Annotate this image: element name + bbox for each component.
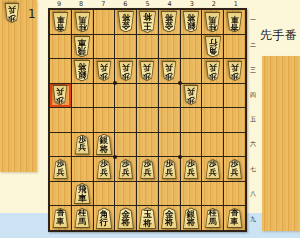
gote-piece-歩兵[interactable]: 歩兵	[227, 61, 243, 81]
gote-piece-香車[interactable]: 香車	[52, 12, 69, 33]
square-88[interactable]: 飛車	[72, 182, 93, 206]
sente-komadai	[262, 56, 300, 231]
gote-piece-歩兵[interactable]: 歩兵	[4, 3, 20, 23]
file-label: 1	[225, 0, 247, 8]
sente-piece-玉将[interactable]: 玉将	[138, 207, 157, 229]
square-68[interactable]	[115, 182, 136, 206]
square-82[interactable]: 飛車	[72, 35, 93, 59]
square-33[interactable]	[181, 59, 202, 83]
square-16[interactable]	[224, 133, 245, 157]
rank-label: 二	[248, 33, 258, 58]
square-11[interactable]: 香車	[224, 10, 245, 34]
square-52[interactable]	[137, 35, 158, 59]
square-95[interactable]	[50, 108, 71, 132]
piece-kanji: 将	[187, 13, 196, 22]
square-37[interactable]: 歩兵	[181, 157, 202, 181]
square-24[interactable]	[202, 84, 223, 108]
square-41[interactable]: 金将	[159, 10, 180, 34]
piece-kanji: 兵	[231, 169, 239, 178]
piece-kanji: 将	[121, 218, 130, 227]
rank-label: 七	[248, 157, 258, 182]
gote-komadai: 歩兵 1	[0, 0, 37, 172]
gote-piece-金将[interactable]: 金将	[160, 11, 178, 33]
square-75[interactable]	[94, 108, 115, 132]
piece-kanji: 兵	[209, 63, 217, 72]
square-48[interactable]	[159, 182, 180, 206]
piece-kanji: 兵	[187, 169, 195, 178]
square-54[interactable]	[137, 84, 158, 108]
piece-kanji: 兵	[100, 169, 108, 178]
gote-piece-金将[interactable]: 金将	[117, 11, 135, 33]
piece-kanji: 兵	[209, 169, 217, 178]
square-74[interactable]	[94, 84, 115, 108]
file-labels: 987654321	[48, 0, 247, 8]
piece-kanji: 行	[100, 218, 109, 227]
gote-hand-piece-slot[interactable]: 歩兵	[4, 3, 24, 27]
square-66[interactable]	[115, 133, 136, 157]
sente-piece-桂馬[interactable]: 桂馬	[204, 208, 221, 229]
piece-kanji: 兵	[56, 87, 64, 96]
sente-piece-金将[interactable]: 金将	[117, 207, 135, 229]
square-65[interactable]	[115, 108, 136, 132]
square-81[interactable]: 桂馬	[72, 10, 93, 34]
sente-piece-角行[interactable]: 角行	[95, 207, 113, 229]
sente-piece-金将[interactable]: 金将	[160, 207, 178, 229]
gote-piece-角行[interactable]: 角行	[204, 36, 222, 58]
sente-piece-歩兵[interactable]: 歩兵	[205, 159, 221, 179]
file-label: 9	[48, 0, 70, 8]
piece-kanji: 兵	[143, 169, 151, 178]
sente-piece-香車[interactable]: 香車	[226, 208, 243, 229]
board-grid: 香車桂馬金将王将金将銀将桂馬香車飛車角行銀将歩兵歩兵歩兵歩兵歩兵歩兵歩兵歩兵歩兵…	[48, 8, 247, 232]
piece-kanji: 金	[121, 22, 130, 31]
sente-piece-歩兵[interactable]: 歩兵	[161, 159, 177, 179]
square-84[interactable]	[72, 84, 93, 108]
gote-hand-count: 1	[28, 7, 36, 21]
square-46[interactable]	[159, 133, 180, 157]
piece-kanji: 兵	[231, 63, 239, 72]
square-21[interactable]: 桂馬	[202, 10, 223, 34]
square-86[interactable]: 歩兵	[72, 133, 93, 157]
piece-kanji: 兵	[122, 63, 130, 72]
gote-piece-歩兵[interactable]: 歩兵	[183, 85, 199, 105]
star-point	[113, 155, 117, 159]
rank-label: 九	[248, 207, 258, 232]
rank-label: 三	[248, 58, 258, 83]
square-61[interactable]: 金将	[115, 10, 136, 34]
square-15[interactable]	[224, 108, 245, 132]
square-31[interactable]: 銀将	[181, 10, 202, 34]
piece-kanji: 将	[165, 218, 174, 227]
square-73[interactable]: 歩兵	[94, 59, 115, 83]
square-71[interactable]	[94, 10, 115, 34]
square-17[interactable]: 歩兵	[224, 157, 245, 181]
piece-kanji: 将	[165, 13, 174, 22]
square-92[interactable]	[50, 35, 71, 59]
square-26[interactable]	[202, 133, 223, 157]
piece-kanji: 車	[231, 14, 239, 23]
piece-kanji: 車	[56, 218, 64, 227]
square-78[interactable]	[94, 182, 115, 206]
piece-kanji: 車	[231, 218, 239, 227]
sente-piece-歩兵[interactable]: 歩兵	[139, 159, 155, 179]
square-49[interactable]: 金将	[159, 206, 180, 230]
square-53[interactable]: 歩兵	[137, 59, 158, 83]
piece-kanji: 車	[78, 194, 87, 203]
square-77[interactable]: 歩兵	[94, 157, 115, 181]
square-38[interactable]	[181, 182, 202, 206]
square-94[interactable]: 歩兵	[50, 84, 71, 108]
piece-kanji: 将	[121, 13, 130, 22]
piece-kanji: 兵	[165, 169, 173, 178]
sente-piece-歩兵[interactable]: 歩兵	[96, 159, 112, 179]
piece-kanji: 車	[78, 38, 87, 47]
square-62[interactable]	[115, 35, 136, 59]
piece-kanji: 馬	[209, 14, 217, 23]
gote-piece-桂馬[interactable]: 桂馬	[74, 12, 91, 33]
piece-kanji: 金	[165, 22, 174, 31]
sente-piece-歩兵[interactable]: 歩兵	[74, 135, 90, 155]
piece-kanji: 兵	[165, 63, 173, 72]
square-39[interactable]: 銀将	[181, 206, 202, 230]
square-25[interactable]	[202, 108, 223, 132]
square-18[interactable]	[224, 182, 245, 206]
sente-piece-歩兵[interactable]: 歩兵	[227, 159, 243, 179]
square-56[interactable]	[137, 133, 158, 157]
piece-kanji: 将	[187, 218, 196, 227]
square-57[interactable]: 歩兵	[137, 157, 158, 181]
piece-kanji: 車	[56, 14, 64, 23]
piece-kanji: 兵	[100, 63, 108, 72]
piece-kanji: 兵	[8, 5, 16, 14]
sente-piece-飛車[interactable]: 飛車	[73, 183, 91, 205]
square-67[interactable]: 歩兵	[115, 157, 136, 181]
piece-kanji: 兵	[187, 87, 195, 96]
piece-kanji: 馬	[209, 218, 217, 227]
square-58[interactable]	[137, 182, 158, 206]
square-36[interactable]	[181, 133, 202, 157]
gote-piece-歩兵[interactable]: 歩兵	[96, 61, 112, 81]
square-64[interactable]	[115, 84, 136, 108]
file-label: 4	[159, 0, 181, 8]
piece-kanji: 王	[143, 21, 152, 30]
sente-piece-香車[interactable]: 香車	[52, 208, 69, 229]
gote-piece-銀将[interactable]: 銀将	[73, 60, 91, 82]
piece-kanji: 馬	[78, 218, 86, 227]
square-76[interactable]: 銀将	[94, 133, 115, 157]
piece-kanji: 兵	[122, 169, 130, 178]
gote-piece-歩兵[interactable]: 歩兵	[161, 61, 177, 81]
square-51[interactable]: 王将	[137, 10, 158, 34]
square-55[interactable]	[137, 108, 158, 132]
piece-kanji: 将	[143, 13, 152, 22]
square-32[interactable]	[181, 35, 202, 59]
sente-piece-桂馬[interactable]: 桂馬	[74, 208, 91, 229]
sente-piece-歩兵[interactable]: 歩兵	[118, 159, 134, 179]
square-98[interactable]	[50, 182, 71, 206]
rank-labels: 一二三四五六七八九	[248, 8, 258, 232]
square-22[interactable]: 角行	[202, 35, 223, 59]
square-23[interactable]: 歩兵	[202, 59, 223, 83]
piece-kanji: 馬	[78, 14, 86, 23]
file-label: 3	[181, 0, 203, 8]
piece-kanji: 行	[209, 38, 218, 47]
gote-piece-歩兵[interactable]: 歩兵	[52, 85, 68, 105]
sente-piece-銀将[interactable]: 銀将	[182, 207, 200, 229]
sente-piece-歩兵[interactable]: 歩兵	[183, 159, 199, 179]
square-43[interactable]: 歩兵	[159, 59, 180, 83]
square-13[interactable]: 歩兵	[224, 59, 245, 83]
square-59[interactable]: 玉将	[137, 206, 158, 230]
rank-label: 一	[248, 8, 258, 33]
square-19[interactable]: 香車	[224, 206, 245, 230]
square-96[interactable]	[50, 133, 71, 157]
sente-piece-銀将[interactable]: 銀将	[95, 134, 113, 156]
file-label: 6	[114, 0, 136, 8]
piece-kanji: 兵	[143, 63, 151, 72]
file-label: 8	[70, 0, 92, 8]
square-45[interactable]	[159, 108, 180, 132]
file-label: 2	[203, 0, 225, 8]
gote-piece-王将[interactable]: 王将	[138, 11, 157, 33]
square-29[interactable]: 桂馬	[202, 206, 223, 230]
square-91[interactable]: 香車	[50, 10, 71, 34]
square-28[interactable]	[202, 182, 223, 206]
square-85[interactable]	[72, 108, 93, 132]
square-27[interactable]: 歩兵	[202, 157, 223, 181]
square-99[interactable]: 香車	[50, 206, 71, 230]
piece-kanji: 兵	[56, 169, 64, 178]
square-47[interactable]: 歩兵	[159, 157, 180, 181]
gote-piece-歩兵[interactable]: 歩兵	[205, 61, 221, 81]
square-44[interactable]	[159, 84, 180, 108]
star-point	[178, 155, 182, 159]
square-72[interactable]	[94, 35, 115, 59]
square-97[interactable]: 歩兵	[50, 157, 71, 181]
square-63[interactable]: 歩兵	[115, 59, 136, 83]
file-label: 5	[136, 0, 158, 8]
piece-kanji: 将	[78, 62, 87, 71]
piece-kanji: 兵	[78, 144, 86, 153]
gote-piece-桂馬[interactable]: 桂馬	[204, 12, 221, 33]
sente-piece-歩兵[interactable]: 歩兵	[52, 159, 68, 179]
square-12[interactable]	[224, 35, 245, 59]
square-69[interactable]: 金将	[115, 206, 136, 230]
turn-indicator: 先手番	[260, 27, 298, 44]
gote-piece-銀将[interactable]: 銀将	[182, 11, 200, 33]
page: 歩兵 1 先手番 987654321 一二三四五六七八九 香車桂馬金将王将金将銀…	[0, 0, 300, 238]
square-83[interactable]: 銀将	[72, 59, 93, 83]
piece-kanji: 将	[143, 219, 152, 228]
piece-kanji: 銀	[187, 22, 196, 31]
square-34[interactable]: 歩兵	[181, 84, 202, 108]
square-79[interactable]: 角行	[94, 206, 115, 230]
square-87[interactable]	[72, 157, 93, 181]
square-42[interactable]	[159, 35, 180, 59]
square-93[interactable]	[50, 59, 71, 83]
rank-label: 四	[248, 83, 258, 108]
square-14[interactable]	[224, 84, 245, 108]
square-35[interactable]	[181, 108, 202, 132]
gote-piece-飛車[interactable]: 飛車	[73, 36, 91, 58]
piece-kanji: 銀	[78, 71, 87, 80]
rank-label: 六	[248, 132, 258, 157]
rank-label: 五	[248, 108, 258, 133]
file-label: 7	[92, 0, 114, 8]
piece-kanji: 将	[100, 145, 109, 154]
gote-piece-歩兵[interactable]: 歩兵	[139, 61, 155, 81]
gote-piece-歩兵[interactable]: 歩兵	[118, 61, 134, 81]
gote-piece-香車[interactable]: 香車	[226, 12, 243, 33]
rank-label: 八	[248, 182, 258, 207]
square-89[interactable]: 桂馬	[72, 206, 93, 230]
